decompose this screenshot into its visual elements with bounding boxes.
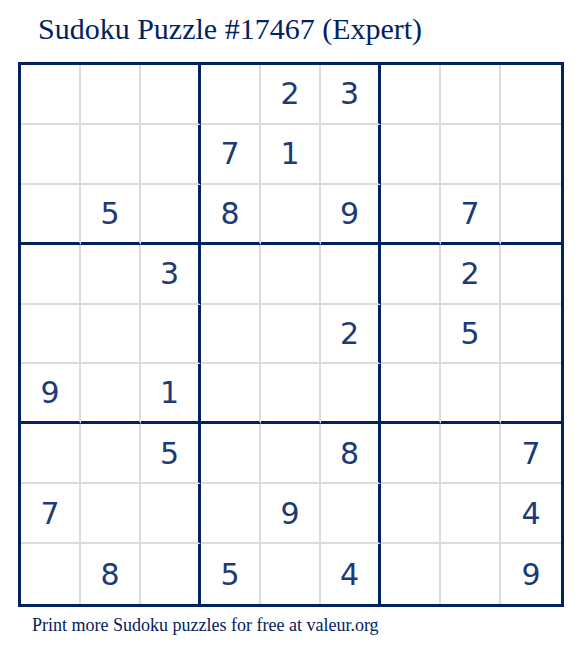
sudoku-cell-r8c4 (201, 484, 261, 544)
sudoku-cell-r3c6: 9 (321, 185, 381, 245)
sudoku-cell-r2c8 (441, 125, 501, 185)
sudoku-cell-r5c7 (381, 305, 441, 365)
sudoku-cell-r1c3 (141, 65, 201, 125)
sudoku-cell-r7c4 (201, 424, 261, 484)
sudoku-cell-r3c9 (501, 185, 561, 245)
sudoku-cell-r4c8: 2 (441, 245, 501, 305)
sudoku-cell-r5c4 (201, 305, 261, 365)
sudoku-cell-r4c6 (321, 245, 381, 305)
sudoku-cell-r5c9 (501, 305, 561, 365)
sudoku-cell-r6c4 (201, 364, 261, 424)
sudoku-cell-r7c9: 7 (501, 424, 561, 484)
sudoku-cell-r2c2 (81, 125, 141, 185)
sudoku-board: 237158973225915877948549 (18, 62, 564, 607)
sudoku-cell-r8c5: 9 (261, 484, 321, 544)
sudoku-cell-r4c9 (501, 245, 561, 305)
puzzle-title: Sudoku Puzzle #17467 (Expert) (38, 12, 422, 46)
sudoku-cell-r6c9 (501, 364, 561, 424)
sudoku-cell-r3c8: 7 (441, 185, 501, 245)
sudoku-cell-r9c4: 5 (201, 544, 261, 604)
sudoku-cell-r9c5 (261, 544, 321, 604)
sudoku-cell-r9c3 (141, 544, 201, 604)
sudoku-cell-r3c7 (381, 185, 441, 245)
sudoku-cell-r6c5 (261, 364, 321, 424)
sudoku-cell-r1c1 (21, 65, 81, 125)
sudoku-cell-r1c9 (501, 65, 561, 125)
sudoku-cell-r3c4: 8 (201, 185, 261, 245)
sudoku-cell-r2c1 (21, 125, 81, 185)
sudoku-cell-r3c3 (141, 185, 201, 245)
sudoku-cell-r9c9: 9 (501, 544, 561, 604)
sudoku-cell-r2c4: 7 (201, 125, 261, 185)
sudoku-cell-r4c3: 3 (141, 245, 201, 305)
sudoku-cell-r7c5 (261, 424, 321, 484)
sudoku-cell-r5c1 (21, 305, 81, 365)
sudoku-cell-r8c3 (141, 484, 201, 544)
sudoku-cell-r1c7 (381, 65, 441, 125)
footer-credit: Print more Sudoku puzzles for free at va… (32, 615, 379, 636)
sudoku-cell-r5c5 (261, 305, 321, 365)
sudoku-cell-r9c6: 4 (321, 544, 381, 604)
sudoku-cell-r1c5: 2 (261, 65, 321, 125)
sudoku-cell-r9c1 (21, 544, 81, 604)
sudoku-cell-r3c2: 5 (81, 185, 141, 245)
sudoku-cell-r4c5 (261, 245, 321, 305)
sudoku-cell-r3c5 (261, 185, 321, 245)
sudoku-cell-r8c6 (321, 484, 381, 544)
sudoku-cell-r2c9 (501, 125, 561, 185)
sudoku-cell-r7c3: 5 (141, 424, 201, 484)
sudoku-cell-r5c8: 5 (441, 305, 501, 365)
sudoku-cell-r7c8 (441, 424, 501, 484)
sudoku-cell-r2c7 (381, 125, 441, 185)
sudoku-page: Sudoku Puzzle #17467 (Expert) 2371589732… (0, 0, 580, 651)
sudoku-cell-r7c6: 8 (321, 424, 381, 484)
sudoku-cell-r2c5: 1 (261, 125, 321, 185)
sudoku-cell-r9c8 (441, 544, 501, 604)
sudoku-cell-r3c1 (21, 185, 81, 245)
sudoku-cell-r6c3: 1 (141, 364, 201, 424)
sudoku-cell-r7c2 (81, 424, 141, 484)
sudoku-cell-r6c2 (81, 364, 141, 424)
sudoku-cell-r4c2 (81, 245, 141, 305)
sudoku-cell-r1c8 (441, 65, 501, 125)
sudoku-cell-r9c7 (381, 544, 441, 604)
sudoku-cell-r7c7 (381, 424, 441, 484)
sudoku-cell-r6c6 (321, 364, 381, 424)
sudoku-cell-r6c1: 9 (21, 364, 81, 424)
sudoku-cell-r7c1 (21, 424, 81, 484)
sudoku-cell-r6c7 (381, 364, 441, 424)
sudoku-cell-r5c3 (141, 305, 201, 365)
sudoku-cell-r8c1: 7 (21, 484, 81, 544)
sudoku-cell-r5c6: 2 (321, 305, 381, 365)
sudoku-cell-r8c9: 4 (501, 484, 561, 544)
sudoku-cell-r8c2 (81, 484, 141, 544)
sudoku-cell-r1c6: 3 (321, 65, 381, 125)
sudoku-cell-r2c3 (141, 125, 201, 185)
sudoku-cell-r8c7 (381, 484, 441, 544)
sudoku-cell-r2c6 (321, 125, 381, 185)
sudoku-cell-r1c4 (201, 65, 261, 125)
sudoku-cell-r9c2: 8 (81, 544, 141, 604)
sudoku-cell-r5c2 (81, 305, 141, 365)
sudoku-cell-r4c4 (201, 245, 261, 305)
sudoku-cell-r8c8 (441, 484, 501, 544)
sudoku-cell-r6c8 (441, 364, 501, 424)
sudoku-cell-r1c2 (81, 65, 141, 125)
sudoku-cell-r4c7 (381, 245, 441, 305)
sudoku-cell-r4c1 (21, 245, 81, 305)
